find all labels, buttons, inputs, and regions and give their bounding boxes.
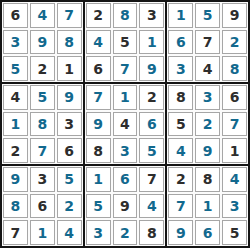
cell-r2c9[interactable]: 2 — [222, 30, 247, 55]
cell-r5c5[interactable]: 4 — [113, 112, 138, 137]
cell-r4c3[interactable]: 9 — [57, 85, 82, 110]
cell-r2c7[interactable]: 6 — [168, 30, 193, 55]
cell-r5c6[interactable]: 6 — [139, 112, 164, 137]
cell-r5c8[interactable]: 2 — [195, 112, 220, 137]
cell-r7c2[interactable]: 3 — [30, 167, 55, 192]
cell-r1c7[interactable]: 1 — [168, 3, 193, 28]
cell-r4c7[interactable]: 8 — [168, 85, 193, 110]
cell-r7c9[interactable]: 4 — [222, 167, 247, 192]
cell-r1c8[interactable]: 5 — [195, 3, 220, 28]
cell-r1c3[interactable]: 7 — [57, 3, 82, 28]
cell-r2c2[interactable]: 9 — [30, 30, 55, 55]
cell-r9c3[interactable]: 4 — [57, 220, 82, 245]
cell-r3c9[interactable]: 8 — [222, 56, 247, 81]
cell-r8c1[interactable]: 8 — [3, 194, 28, 219]
sudoku-board: 6473985212834516791596723484591832767129… — [0, 0, 250, 248]
cell-r4c6[interactable]: 2 — [139, 85, 164, 110]
cell-r5c4[interactable]: 9 — [86, 112, 111, 137]
box-2-2: 712946835 — [85, 84, 166, 164]
cell-r2c5[interactable]: 5 — [113, 30, 138, 55]
cell-r8c2[interactable]: 6 — [30, 194, 55, 219]
cell-r6c1[interactable]: 2 — [3, 138, 28, 163]
cell-r1c1[interactable]: 6 — [3, 3, 28, 28]
cell-r3c4[interactable]: 6 — [86, 56, 111, 81]
cell-r9c6[interactable]: 8 — [139, 220, 164, 245]
cell-r9c2[interactable]: 1 — [30, 220, 55, 245]
cell-r3c8[interactable]: 4 — [195, 56, 220, 81]
cell-r2c8[interactable]: 7 — [195, 30, 220, 55]
box-3-1: 935862714 — [2, 166, 83, 246]
box-1-3: 159672348 — [167, 2, 248, 82]
cell-r7c1[interactable]: 9 — [3, 167, 28, 192]
box-1-1: 647398521 — [2, 2, 83, 82]
cell-r3c1[interactable]: 5 — [3, 56, 28, 81]
cell-r2c4[interactable]: 4 — [86, 30, 111, 55]
cell-r3c2[interactable]: 2 — [30, 56, 55, 81]
cell-r1c5[interactable]: 8 — [113, 3, 138, 28]
cell-r3c7[interactable]: 3 — [168, 56, 193, 81]
cell-r5c1[interactable]: 1 — [3, 112, 28, 137]
cell-r7c8[interactable]: 8 — [195, 167, 220, 192]
box-1-2: 283451679 — [85, 2, 166, 82]
cell-r4c9[interactable]: 6 — [222, 85, 247, 110]
cell-r9c7[interactable]: 9 — [168, 220, 193, 245]
cell-r4c5[interactable]: 1 — [113, 85, 138, 110]
cell-r4c4[interactable]: 7 — [86, 85, 111, 110]
cell-r7c5[interactable]: 6 — [113, 167, 138, 192]
cell-r3c6[interactable]: 9 — [139, 56, 164, 81]
cell-r2c3[interactable]: 8 — [57, 30, 82, 55]
box-3-3: 284713965 — [167, 166, 248, 246]
cell-r4c8[interactable]: 3 — [195, 85, 220, 110]
cell-r6c6[interactable]: 5 — [139, 138, 164, 163]
cell-r8c5[interactable]: 9 — [113, 194, 138, 219]
cell-r3c5[interactable]: 7 — [113, 56, 138, 81]
cell-r8c7[interactable]: 7 — [168, 194, 193, 219]
cell-r6c9[interactable]: 1 — [222, 138, 247, 163]
cell-r7c7[interactable]: 2 — [168, 167, 193, 192]
cell-r7c4[interactable]: 1 — [86, 167, 111, 192]
cell-r9c8[interactable]: 6 — [195, 220, 220, 245]
cell-r9c5[interactable]: 2 — [113, 220, 138, 245]
cell-r5c3[interactable]: 3 — [57, 112, 82, 137]
box-2-1: 459183276 — [2, 84, 83, 164]
cell-r5c7[interactable]: 5 — [168, 112, 193, 137]
cell-r1c9[interactable]: 9 — [222, 3, 247, 28]
cell-r2c6[interactable]: 1 — [139, 30, 164, 55]
cell-r8c8[interactable]: 1 — [195, 194, 220, 219]
cell-r4c2[interactable]: 5 — [30, 85, 55, 110]
cell-r7c3[interactable]: 5 — [57, 167, 82, 192]
box-3-2: 167594328 — [85, 166, 166, 246]
cell-r9c9[interactable]: 5 — [222, 220, 247, 245]
cell-r6c5[interactable]: 3 — [113, 138, 138, 163]
cell-r8c9[interactable]: 3 — [222, 194, 247, 219]
cell-r1c2[interactable]: 4 — [30, 3, 55, 28]
box-2-3: 836527491 — [167, 84, 248, 164]
cell-r1c6[interactable]: 3 — [139, 3, 164, 28]
cell-r6c2[interactable]: 7 — [30, 138, 55, 163]
cell-r5c2[interactable]: 8 — [30, 112, 55, 137]
cell-r6c8[interactable]: 9 — [195, 138, 220, 163]
cell-r8c3[interactable]: 2 — [57, 194, 82, 219]
cell-r3c3[interactable]: 1 — [57, 56, 82, 81]
cell-r9c1[interactable]: 7 — [3, 220, 28, 245]
cell-r6c7[interactable]: 4 — [168, 138, 193, 163]
cell-r8c4[interactable]: 5 — [86, 194, 111, 219]
cell-r2c1[interactable]: 3 — [3, 30, 28, 55]
cell-r4c1[interactable]: 4 — [3, 85, 28, 110]
cell-r7c6[interactable]: 7 — [139, 167, 164, 192]
cell-r1c4[interactable]: 2 — [86, 3, 111, 28]
cell-r6c4[interactable]: 8 — [86, 138, 111, 163]
cell-r5c9[interactable]: 7 — [222, 112, 247, 137]
cell-r9c4[interactable]: 3 — [86, 220, 111, 245]
cell-r8c6[interactable]: 4 — [139, 194, 164, 219]
cell-r6c3[interactable]: 6 — [57, 138, 82, 163]
